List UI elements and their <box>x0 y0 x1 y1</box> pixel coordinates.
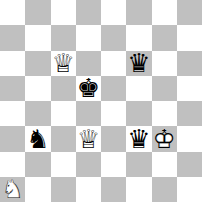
square-h2[interactable] <box>177 152 202 177</box>
white-knight-glyph-outline: ♘ <box>0 177 25 202</box>
black-knight-glyph: ♞ <box>25 126 50 151</box>
square-g6[interactable] <box>152 51 177 76</box>
square-e2[interactable] <box>101 152 126 177</box>
square-a3[interactable] <box>0 126 25 151</box>
white-king-piece[interactable]: ♚♔ <box>152 126 177 151</box>
white-king-glyph-outline: ♔ <box>152 126 177 151</box>
black-king-glyph: ♚ <box>76 76 101 101</box>
black-queen-piece[interactable]: ♛ <box>126 126 151 151</box>
square-c8[interactable] <box>51 0 76 25</box>
white-queen-piece[interactable]: ♛♕ <box>51 51 76 76</box>
square-h3[interactable] <box>177 126 202 151</box>
square-h5[interactable] <box>177 76 202 101</box>
square-a4[interactable] <box>0 101 25 126</box>
square-h7[interactable] <box>177 25 202 50</box>
square-d8[interactable] <box>76 0 101 25</box>
square-d1[interactable] <box>76 177 101 202</box>
square-a5[interactable] <box>0 76 25 101</box>
square-e5[interactable] <box>101 76 126 101</box>
square-c5[interactable] <box>51 76 76 101</box>
square-d6[interactable] <box>76 51 101 76</box>
square-g7[interactable] <box>152 25 177 50</box>
square-c2[interactable] <box>51 152 76 177</box>
square-g2[interactable] <box>152 152 177 177</box>
square-b8[interactable] <box>25 0 50 25</box>
square-h4[interactable] <box>177 101 202 126</box>
black-queen-glyph: ♛ <box>126 126 151 151</box>
square-e4[interactable] <box>101 101 126 126</box>
square-d4[interactable] <box>76 101 101 126</box>
square-e7[interactable] <box>101 25 126 50</box>
square-a1[interactable]: ♞♘ <box>0 177 25 202</box>
square-c3[interactable] <box>51 126 76 151</box>
square-d5[interactable]: ♚ <box>76 76 101 101</box>
square-b4[interactable] <box>25 101 50 126</box>
square-e8[interactable] <box>101 0 126 25</box>
square-f6[interactable]: ♛ <box>126 51 151 76</box>
square-b7[interactable] <box>25 25 50 50</box>
square-g5[interactable] <box>152 76 177 101</box>
square-c4[interactable] <box>51 101 76 126</box>
square-g4[interactable] <box>152 101 177 126</box>
square-f7[interactable] <box>126 25 151 50</box>
black-knight-piece[interactable]: ♞ <box>25 126 50 151</box>
square-e6[interactable] <box>101 51 126 76</box>
square-b5[interactable] <box>25 76 50 101</box>
square-d7[interactable] <box>76 25 101 50</box>
white-queen-piece[interactable]: ♛♕ <box>76 126 101 151</box>
square-f2[interactable] <box>126 152 151 177</box>
black-queen-glyph: ♛ <box>126 51 151 76</box>
square-g8[interactable] <box>152 0 177 25</box>
chess-board: ♛♕♛♚♞♛♕♛♚♔♞♘ <box>0 0 202 202</box>
square-g1[interactable] <box>152 177 177 202</box>
square-b3[interactable]: ♞ <box>25 126 50 151</box>
square-e3[interactable] <box>101 126 126 151</box>
square-c6[interactable]: ♛♕ <box>51 51 76 76</box>
square-h1[interactable] <box>177 177 202 202</box>
square-f1[interactable] <box>126 177 151 202</box>
square-a8[interactable] <box>0 0 25 25</box>
white-knight-piece[interactable]: ♞♘ <box>0 177 25 202</box>
square-e1[interactable] <box>101 177 126 202</box>
square-b2[interactable] <box>25 152 50 177</box>
black-queen-piece[interactable]: ♛ <box>126 51 151 76</box>
square-f8[interactable] <box>126 0 151 25</box>
square-g3[interactable]: ♚♔ <box>152 126 177 151</box>
square-a7[interactable] <box>0 25 25 50</box>
white-queen-glyph-outline: ♕ <box>76 126 101 151</box>
square-a2[interactable] <box>0 152 25 177</box>
square-d2[interactable] <box>76 152 101 177</box>
square-b6[interactable] <box>25 51 50 76</box>
square-c1[interactable] <box>51 177 76 202</box>
square-h6[interactable] <box>177 51 202 76</box>
square-h8[interactable] <box>177 0 202 25</box>
square-b1[interactable] <box>25 177 50 202</box>
black-king-piece[interactable]: ♚ <box>76 76 101 101</box>
square-f5[interactable] <box>126 76 151 101</box>
square-f3[interactable]: ♛ <box>126 126 151 151</box>
square-c7[interactable] <box>51 25 76 50</box>
square-a6[interactable] <box>0 51 25 76</box>
square-f4[interactable] <box>126 101 151 126</box>
white-queen-glyph-outline: ♕ <box>51 51 76 76</box>
square-d3[interactable]: ♛♕ <box>76 126 101 151</box>
